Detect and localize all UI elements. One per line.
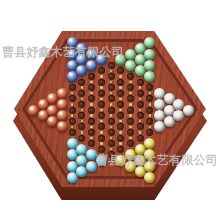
- board-hole[interactable]: [108, 62, 115, 69]
- board-hole[interactable]: [127, 95, 134, 102]
- board-hole[interactable]: [69, 84, 76, 91]
- product-photo-stage: 曹县妤鑫木艺有限公司 曹县妤鑫木艺有限公司: [0, 0, 220, 220]
- gold-inlay-dot: [139, 120, 142, 123]
- board-hole[interactable]: [78, 79, 85, 86]
- gold-inlay-dot: [119, 131, 122, 134]
- board-hole[interactable]: [146, 84, 153, 91]
- board-hole[interactable]: [117, 79, 124, 86]
- marble-yellow[interactable]: [144, 149, 155, 160]
- marble-green[interactable]: [144, 60, 155, 71]
- gold-inlay-dot: [100, 131, 103, 134]
- gold-inlay-dot: [149, 126, 152, 129]
- board-hole[interactable]: [69, 107, 76, 114]
- marble-red[interactable]: [57, 121, 68, 132]
- board-hole[interactable]: [69, 129, 76, 136]
- gold-inlay-dot: [129, 103, 132, 106]
- marble-green[interactable]: [144, 71, 155, 82]
- gold-inlay-dot: [119, 120, 122, 123]
- marble-red[interactable]: [57, 88, 68, 99]
- board-hole[interactable]: [137, 112, 144, 119]
- board-hole[interactable]: [78, 90, 85, 97]
- gold-inlay-dot: [90, 92, 93, 95]
- marble-yellow[interactable]: [144, 138, 155, 149]
- board-hole[interactable]: [69, 118, 76, 125]
- gold-inlay-dot: [90, 103, 93, 106]
- gold-inlay-dot: [119, 98, 122, 101]
- gold-inlay-dot: [100, 142, 103, 145]
- gold-inlay-dot: [129, 81, 132, 84]
- board-hole[interactable]: [127, 107, 134, 114]
- gold-inlay-dot: [71, 114, 74, 117]
- gold-inlay-dot: [110, 103, 113, 106]
- board-hole[interactable]: [69, 95, 76, 102]
- board-hole[interactable]: [98, 135, 105, 142]
- board-hole[interactable]: [137, 135, 144, 142]
- board-hole[interactable]: [98, 101, 105, 108]
- gold-inlay-dot: [100, 75, 103, 78]
- gold-inlay-dot: [100, 86, 103, 89]
- board-hole[interactable]: [146, 118, 153, 125]
- board-hole[interactable]: [146, 107, 153, 114]
- marble-yellow[interactable]: [144, 161, 155, 172]
- board-hole[interactable]: [78, 135, 85, 142]
- board-hole[interactable]: [88, 107, 95, 114]
- gold-inlay-dot: [129, 92, 132, 95]
- board-hole[interactable]: [137, 101, 144, 108]
- board-hole[interactable]: [88, 140, 95, 147]
- marble-red[interactable]: [57, 110, 68, 121]
- gold-inlay-dot: [71, 126, 74, 129]
- board-hole[interactable]: [127, 73, 134, 80]
- gold-inlay-dot: [71, 103, 74, 106]
- gold-inlay-dot: [81, 98, 84, 101]
- marble-green[interactable]: [144, 49, 155, 60]
- gold-inlay-dot: [119, 109, 122, 112]
- board-hole[interactable]: [117, 135, 124, 142]
- gold-inlay-dot: [129, 126, 132, 129]
- gold-inlay-dot: [81, 120, 84, 123]
- gold-inlay-dot: [100, 98, 103, 101]
- board-hole[interactable]: [98, 90, 105, 97]
- gold-inlay-dot: [119, 142, 122, 145]
- board-hole[interactable]: [117, 112, 124, 119]
- gold-inlay-dot: [81, 131, 84, 134]
- board-hole[interactable]: [146, 129, 153, 136]
- board-hole[interactable]: [108, 95, 115, 102]
- gold-inlay-dot: [90, 81, 93, 84]
- board-hole[interactable]: [127, 118, 134, 125]
- gold-inlay-dot: [90, 137, 93, 140]
- marble-yellow[interactable]: [144, 172, 155, 183]
- board-hole[interactable]: [78, 101, 85, 108]
- gold-inlay-dot: [139, 131, 142, 134]
- marble-field: [0, 0, 220, 220]
- board-hole[interactable]: [78, 123, 85, 130]
- board-hole[interactable]: [88, 118, 95, 125]
- gold-inlay-dot: [110, 148, 113, 151]
- gold-inlay-dot: [149, 103, 152, 106]
- board-hole[interactable]: [108, 107, 115, 114]
- gold-inlay-dot: [139, 86, 142, 89]
- board-hole[interactable]: [127, 84, 134, 91]
- gold-inlay-dot: [110, 137, 113, 140]
- gold-inlay-dot: [129, 114, 132, 117]
- gold-inlay-dot: [100, 120, 103, 123]
- board-hole[interactable]: [88, 95, 95, 102]
- marble-green[interactable]: [144, 37, 155, 48]
- board-hole[interactable]: [127, 140, 134, 147]
- board-hole[interactable]: [137, 90, 144, 97]
- board-hole[interactable]: [98, 67, 105, 74]
- gold-inlay-dot: [149, 92, 152, 95]
- gold-inlay-dot: [110, 81, 113, 84]
- board-hole[interactable]: [117, 146, 124, 153]
- board-hole[interactable]: [98, 112, 105, 119]
- board-hole[interactable]: [117, 101, 124, 108]
- gold-inlay-dot: [129, 137, 132, 140]
- board-hole[interactable]: [88, 129, 95, 136]
- board-hole[interactable]: [117, 90, 124, 97]
- board-hole[interactable]: [78, 112, 85, 119]
- board-hole[interactable]: [137, 79, 144, 86]
- gold-inlay-dot: [110, 70, 113, 73]
- board-hole[interactable]: [98, 146, 105, 153]
- board-hole[interactable]: [88, 84, 95, 91]
- board-hole[interactable]: [98, 123, 105, 130]
- gold-inlay-dot: [119, 75, 122, 78]
- marble-gray[interactable]: [183, 105, 194, 116]
- gold-inlay-dot: [110, 114, 113, 117]
- board-hole[interactable]: [108, 129, 115, 136]
- gold-inlay-dot: [110, 126, 113, 129]
- board-hole[interactable]: [146, 95, 153, 102]
- gold-inlay-dot: [81, 109, 84, 112]
- gold-inlay-dot: [110, 92, 113, 95]
- board-hole[interactable]: [98, 79, 105, 86]
- board-hole[interactable]: [108, 118, 115, 125]
- gold-inlay-dot: [90, 114, 93, 117]
- board-hole[interactable]: [137, 123, 144, 130]
- gold-inlay-dot: [90, 126, 93, 129]
- board-hole[interactable]: [117, 123, 124, 130]
- board-hole[interactable]: [108, 84, 115, 91]
- gold-inlay-dot: [139, 109, 142, 112]
- gold-inlay-dot: [81, 86, 84, 89]
- board-hole[interactable]: [117, 67, 124, 74]
- gold-inlay-dot: [149, 114, 152, 117]
- board-hole[interactable]: [108, 73, 115, 80]
- board-hole[interactable]: [88, 73, 95, 80]
- marble-blue[interactable]: [96, 54, 107, 65]
- marble-cyan[interactable]: [96, 155, 107, 166]
- gold-inlay-dot: [71, 92, 74, 95]
- gold-inlay-dot: [100, 109, 103, 112]
- gold-inlay-dot: [139, 98, 142, 101]
- gold-inlay-dot: [119, 86, 122, 89]
- marble-red[interactable]: [57, 99, 68, 110]
- board-hole[interactable]: [108, 151, 115, 158]
- board-hole[interactable]: [127, 129, 134, 136]
- board-hole[interactable]: [108, 140, 115, 147]
